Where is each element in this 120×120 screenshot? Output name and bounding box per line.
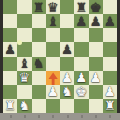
black-queen-d8[interactable]: ♛	[47, 1, 59, 14]
square-e6[interactable]	[60, 28, 74, 42]
square-g1[interactable]	[89, 99, 103, 113]
file-letter-mark-f	[81, 115, 83, 118]
square-h4[interactable]	[103, 57, 117, 71]
square-d7[interactable]: ♝	[46, 14, 60, 28]
white-pawn-e3[interactable]: ♟	[61, 71, 73, 84]
square-c2[interactable]	[32, 85, 46, 99]
black-pawn-h7[interactable]: ♟	[104, 15, 116, 28]
square-f6[interactable]	[74, 28, 88, 42]
arrow-up-icon	[46, 71, 60, 85]
square-f8[interactable]: ♜	[74, 0, 88, 14]
square-a8[interactable]	[3, 0, 17, 14]
bottom-coordinate-bar	[0, 113, 120, 120]
square-c8[interactable]: ♜	[32, 0, 46, 14]
white-rook-h1[interactable]: ♜	[104, 99, 116, 112]
square-h7[interactable]: ♟	[103, 14, 117, 28]
square-e1[interactable]	[60, 99, 74, 113]
square-c6[interactable]	[32, 28, 46, 42]
square-h8[interactable]	[103, 0, 117, 14]
black-bishop-d7[interactable]: ♝	[47, 15, 59, 28]
square-g3[interactable]: ♟	[89, 71, 103, 85]
black-pawn-e5[interactable]: ♟	[61, 43, 73, 56]
square-h1[interactable]: ♜	[103, 99, 117, 113]
file-letter-mark-g	[95, 115, 97, 118]
square-g4[interactable]	[89, 57, 103, 71]
square-c5[interactable]	[32, 42, 46, 56]
square-d4[interactable]	[46, 57, 60, 71]
square-d1[interactable]	[46, 99, 60, 113]
white-pawn-g3[interactable]: ♟	[90, 71, 102, 84]
white-rook-a1[interactable]: ♜	[4, 99, 16, 112]
square-h3[interactable]	[103, 71, 117, 85]
square-d2[interactable]: ♟	[46, 85, 60, 99]
square-f3[interactable]: ♟	[74, 71, 88, 85]
black-king-g8[interactable]: ♚	[90, 1, 102, 14]
square-d6[interactable]	[46, 28, 60, 42]
square-e3[interactable]: ♟	[60, 71, 74, 85]
square-a7[interactable]	[3, 14, 17, 28]
square-b4[interactable]: ♝	[17, 57, 31, 71]
square-b8[interactable]	[17, 0, 31, 14]
file-letter-mark-b	[24, 115, 26, 118]
square-b3[interactable]: ♛	[17, 71, 31, 85]
black-rook-c8[interactable]: ♜	[33, 1, 45, 14]
square-c4[interactable]: ♞	[32, 57, 46, 71]
file-letter-mark-d	[52, 115, 54, 118]
black-knight-c4[interactable]: ♞	[33, 57, 45, 70]
square-h5[interactable]	[103, 42, 117, 56]
square-g7[interactable]: ♟	[89, 14, 103, 28]
square-b6[interactable]	[17, 28, 31, 42]
square-c1[interactable]	[32, 99, 46, 113]
square-b5[interactable]	[17, 42, 31, 56]
white-pawn-h2[interactable]: ♟	[104, 85, 116, 98]
white-knight-e2[interactable]: ♞	[61, 85, 73, 98]
square-e5[interactable]: ♟	[60, 42, 74, 56]
black-rook-f8[interactable]: ♜	[76, 1, 88, 14]
black-pawn-a5[interactable]: ♟	[4, 43, 16, 56]
square-d5[interactable]	[46, 42, 60, 56]
square-f7[interactable]: ♟	[74, 14, 88, 28]
square-e8[interactable]	[60, 0, 74, 14]
chess-app-frame: ♜♛♜♚♝♟♟♟♟♟♝♞♛♟♟♟♟♞♚♟♜♞♜	[0, 0, 120, 120]
square-d8[interactable]: ♛	[46, 0, 60, 14]
square-c7[interactable]	[32, 14, 46, 28]
square-g2[interactable]	[89, 85, 103, 99]
file-letter-mark-e	[67, 115, 69, 118]
white-pawn-f3[interactable]: ♟	[76, 71, 88, 84]
square-a1[interactable]: ♜	[3, 99, 17, 113]
square-b1[interactable]: ♞	[17, 99, 31, 113]
white-knight-b1[interactable]: ♞	[19, 99, 31, 112]
square-e2[interactable]: ♞	[60, 85, 74, 99]
chess-board[interactable]: ♜♛♜♚♝♟♟♟♟♟♝♞♛♟♟♟♟♞♚♟♜♞♜	[3, 0, 117, 113]
square-b2[interactable]	[17, 85, 31, 99]
square-a4[interactable]	[3, 57, 17, 71]
square-f5[interactable]	[74, 42, 88, 56]
square-b7[interactable]	[17, 14, 31, 28]
square-a6[interactable]	[3, 28, 17, 42]
square-e4[interactable]	[60, 57, 74, 71]
white-king-f2[interactable]: ♚	[76, 85, 88, 98]
square-a5[interactable]: ♟	[3, 42, 17, 56]
file-letter-mark-a	[10, 115, 12, 118]
black-pawn-g7[interactable]: ♟	[90, 15, 102, 28]
square-g8[interactable]: ♚	[89, 0, 103, 14]
white-pawn-d2[interactable]: ♟	[47, 85, 59, 98]
square-c3[interactable]	[32, 71, 46, 85]
square-h6[interactable]	[103, 28, 117, 42]
file-letter-mark-c	[38, 115, 40, 118]
square-f4[interactable]	[74, 57, 88, 71]
square-a3[interactable]	[3, 71, 17, 85]
square-g6[interactable]	[89, 28, 103, 42]
square-g5[interactable]	[89, 42, 103, 56]
file-letter-mark-h	[109, 115, 111, 118]
square-a2[interactable]	[3, 85, 17, 99]
white-queen-b3[interactable]: ♛	[19, 71, 31, 84]
square-h2[interactable]: ♟	[103, 85, 117, 99]
square-d3[interactable]	[46, 71, 60, 85]
square-f2[interactable]: ♚	[74, 85, 88, 99]
black-bishop-b4[interactable]: ♝	[19, 57, 31, 70]
square-e7[interactable]	[60, 14, 74, 28]
square-f1[interactable]	[74, 99, 88, 113]
black-pawn-f7[interactable]: ♟	[76, 15, 88, 28]
